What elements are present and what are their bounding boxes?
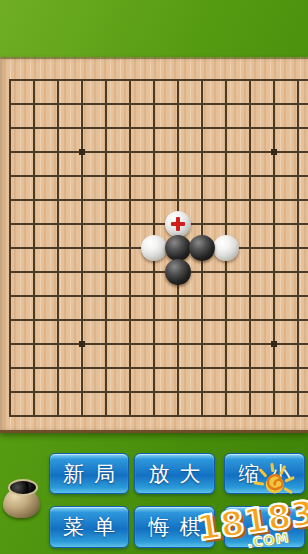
grid-line-horizontal bbox=[9, 343, 308, 345]
undo-button[interactable]: 悔棋 bbox=[134, 506, 215, 548]
zoom-out-label: 缩小 bbox=[229, 460, 301, 488]
grid-line-horizontal bbox=[9, 151, 308, 153]
covered-button[interactable] bbox=[224, 506, 305, 548]
star-point bbox=[271, 149, 277, 155]
new-game-label: 新局 bbox=[53, 460, 125, 488]
grid-line-horizontal bbox=[9, 103, 308, 105]
grid-line-horizontal bbox=[9, 295, 308, 297]
menu-label: 菜单 bbox=[53, 513, 125, 541]
menu-button[interactable]: 菜单 bbox=[49, 506, 129, 548]
black-stone bbox=[189, 235, 215, 261]
grid-line-horizontal bbox=[9, 127, 308, 129]
bowl-stones bbox=[8, 479, 38, 496]
new-game-button[interactable]: 新局 bbox=[49, 453, 129, 494]
grid-line-horizontal bbox=[9, 391, 308, 393]
star-point bbox=[271, 341, 277, 347]
stone-bowl-icon bbox=[3, 478, 40, 518]
star-point bbox=[79, 341, 85, 347]
star-point bbox=[79, 149, 85, 155]
white-stone bbox=[141, 235, 167, 261]
black-stone bbox=[165, 235, 191, 261]
grid-line-horizontal bbox=[9, 79, 308, 81]
grid-line-horizontal bbox=[9, 223, 308, 225]
grid-line-horizontal bbox=[9, 415, 308, 417]
gomoku-app: 新局 放大 缩小 菜单 悔棋 18183 .COM bbox=[0, 0, 308, 554]
white-stone bbox=[165, 211, 191, 237]
zoom-in-button[interactable]: 放大 bbox=[134, 453, 215, 494]
grid-line-horizontal bbox=[9, 367, 308, 369]
zoom-in-label: 放大 bbox=[139, 460, 211, 488]
white-stone bbox=[213, 235, 239, 261]
go-board[interactable] bbox=[0, 57, 308, 433]
zoom-out-button[interactable]: 缩小 bbox=[224, 453, 305, 494]
grid-line-horizontal bbox=[9, 271, 308, 273]
grid-line-horizontal bbox=[9, 319, 308, 321]
last-move-marker bbox=[171, 217, 185, 231]
black-stone bbox=[165, 259, 191, 285]
undo-label: 悔棋 bbox=[139, 513, 211, 541]
grid-line-horizontal bbox=[9, 199, 308, 201]
grid-line-horizontal bbox=[9, 175, 308, 177]
